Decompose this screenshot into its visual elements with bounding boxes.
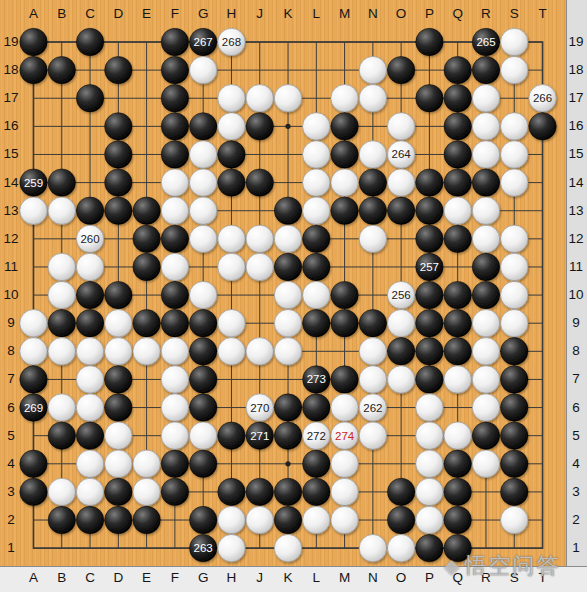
stone-white-M4 [331, 450, 358, 477]
coord-left-7: 7 [0, 370, 23, 388]
stone-white-O1 [387, 534, 414, 561]
move-label-273: 273 [307, 373, 326, 385]
coord-top-G: G [191, 5, 215, 23]
stone-white-J8 [246, 338, 273, 365]
coord-bottom-S: S [502, 569, 526, 587]
stone-black-A18 [20, 56, 47, 83]
stone-black-O18 [387, 56, 414, 83]
stone-black-E2 [133, 506, 160, 533]
coord-right-7: 7 [564, 370, 587, 388]
stone-black-Q15 [444, 141, 471, 168]
coord-right-11: 11 [564, 258, 587, 276]
stone-white-L16 [303, 113, 330, 140]
stone-white-N15 [359, 141, 386, 168]
stone-black-K2 [274, 506, 301, 533]
stone-white-C4 [76, 450, 103, 477]
stone-white-R12 [472, 225, 499, 252]
stone-black-B2 [48, 506, 75, 533]
stone-white-K1 [274, 534, 301, 561]
move-label-269: 269 [24, 402, 43, 414]
coord-bottom-A: A [22, 569, 46, 587]
stone-white-H2 [218, 506, 245, 533]
star-point-K4 [285, 461, 290, 466]
stone-black-S7 [501, 366, 528, 393]
stone-black-P1 [416, 534, 443, 561]
stone-white-D5 [105, 422, 132, 449]
stone-white-F14 [161, 169, 188, 196]
move-label-263: 263 [194, 542, 213, 554]
stone-white-P6 [416, 394, 443, 421]
stone-black-P13 [416, 197, 443, 224]
stone-black-F9 [161, 310, 188, 337]
stone-black-P12 [416, 225, 443, 252]
move-label-266: 266 [533, 92, 552, 104]
stone-black-L4 [303, 450, 330, 477]
stone-black-L6 [303, 394, 330, 421]
stone-black-E9 [133, 310, 160, 337]
coord-right-5: 5 [564, 427, 587, 445]
coord-right-14: 14 [564, 174, 587, 192]
stone-white-P3 [416, 478, 443, 505]
stone-white-J12 [246, 225, 273, 252]
stone-black-O8 [387, 338, 414, 365]
stone-white-B8 [48, 338, 75, 365]
move-label-271: 271 [250, 430, 269, 442]
stone-white-S15 [501, 141, 528, 168]
stone-black-F3 [161, 478, 188, 505]
move-label-256: 256 [392, 289, 411, 301]
coord-bottom-J: J [248, 569, 272, 587]
stone-black-Q18 [444, 56, 471, 83]
coord-left-9: 9 [0, 314, 23, 332]
coord-left-10: 10 [0, 286, 23, 304]
coord-left-14: 14 [0, 174, 23, 192]
stone-white-R7 [472, 366, 499, 393]
coord-left-2: 2 [0, 511, 23, 529]
stone-white-A9 [20, 310, 47, 337]
stone-white-H17 [218, 85, 245, 112]
stone-black-D16 [105, 113, 132, 140]
coord-top-S: S [502, 5, 526, 23]
coord-bottom-K: K [276, 569, 300, 587]
stone-white-S2 [501, 506, 528, 533]
go-board: 2672682652662642592602572562732692702622… [0, 0, 587, 592]
stone-black-E13 [133, 197, 160, 224]
stone-white-M2 [331, 506, 358, 533]
stone-white-M3 [331, 478, 358, 505]
stone-white-H1 [218, 534, 245, 561]
stone-white-R16 [472, 113, 499, 140]
stone-white-K17 [274, 85, 301, 112]
stone-white-A13 [20, 197, 47, 224]
stone-black-E11 [133, 253, 160, 280]
stone-white-N8 [359, 338, 386, 365]
stone-white-B13 [48, 197, 75, 224]
stone-black-F18 [161, 56, 188, 83]
coord-bottom-H: H [219, 569, 243, 587]
stone-white-B3 [48, 478, 75, 505]
move-label-268: 268 [222, 36, 241, 48]
coord-bottom-M: M [333, 569, 357, 587]
stone-white-P5 [416, 422, 443, 449]
stone-black-P10 [416, 281, 443, 308]
stone-black-T16 [529, 113, 556, 140]
stone-white-C7 [76, 366, 103, 393]
coord-right-18: 18 [564, 61, 587, 79]
stone-black-G2 [189, 506, 216, 533]
stone-black-P19 [416, 28, 443, 55]
coord-bottom-E: E [135, 569, 159, 587]
stone-black-F16 [161, 113, 188, 140]
stone-black-D14 [105, 169, 132, 196]
stone-black-Q12 [444, 225, 471, 252]
stone-black-Q16 [444, 113, 471, 140]
coord-bottom-P: P [417, 569, 441, 587]
stone-black-M13 [331, 197, 358, 224]
coord-bottom-T: T [531, 569, 555, 587]
stone-white-D4 [105, 450, 132, 477]
stone-white-M14 [331, 169, 358, 196]
stone-black-F12 [161, 225, 188, 252]
stone-black-P17 [416, 85, 443, 112]
stone-white-C11 [76, 253, 103, 280]
coord-right-8: 8 [564, 342, 587, 360]
stone-white-K9 [274, 310, 301, 337]
stone-white-R6 [472, 394, 499, 421]
stone-black-J14 [246, 169, 273, 196]
stone-white-C8 [76, 338, 103, 365]
stone-black-M7 [331, 366, 358, 393]
stone-white-R4 [472, 450, 499, 477]
stone-black-D10 [105, 281, 132, 308]
coord-left-17: 17 [0, 89, 23, 107]
coord-right-19: 19 [564, 33, 587, 51]
stone-black-Q4 [444, 450, 471, 477]
coord-left-12: 12 [0, 230, 23, 248]
stone-white-F8 [161, 338, 188, 365]
coord-top-N: N [361, 5, 385, 23]
stone-white-N7 [359, 366, 386, 393]
stone-black-D6 [105, 394, 132, 421]
stone-white-F13 [161, 197, 188, 224]
move-label-257: 257 [420, 261, 439, 273]
stone-white-R13 [472, 197, 499, 224]
stone-black-A19 [20, 28, 47, 55]
stone-black-A4 [20, 450, 47, 477]
stone-white-M17 [331, 85, 358, 112]
stone-white-A8 [20, 338, 47, 365]
stone-black-M10 [331, 281, 358, 308]
coord-bottom-O: O [389, 569, 413, 587]
coord-top-T: T [531, 5, 555, 23]
stone-white-H8 [218, 338, 245, 365]
coord-bottom-B: B [50, 569, 74, 587]
stone-white-K12 [274, 225, 301, 252]
stone-black-C17 [76, 85, 103, 112]
coord-left-19: 19 [0, 33, 23, 51]
stone-white-G12 [189, 225, 216, 252]
stone-black-F10 [161, 281, 188, 308]
stone-black-D13 [105, 197, 132, 224]
stone-black-H3 [218, 478, 245, 505]
stone-black-S4 [501, 450, 528, 477]
stones [20, 28, 556, 562]
stone-white-O7 [387, 366, 414, 393]
coord-left-5: 5 [0, 427, 23, 445]
stone-white-R8 [472, 338, 499, 365]
stone-white-S11 [501, 253, 528, 280]
stone-white-G5 [189, 422, 216, 449]
coord-top-J: J [248, 5, 272, 23]
stone-black-Q10 [444, 281, 471, 308]
coord-bottom-G: G [191, 569, 215, 587]
coord-top-O: O [389, 5, 413, 23]
coord-left-13: 13 [0, 202, 23, 220]
stone-white-S16 [501, 113, 528, 140]
stone-white-Q7 [444, 366, 471, 393]
stone-black-O13 [387, 197, 414, 224]
stone-black-Q3 [444, 478, 471, 505]
stone-white-F11 [161, 253, 188, 280]
stone-white-L14 [303, 169, 330, 196]
coord-top-M: M [333, 5, 357, 23]
move-label-265: 265 [476, 36, 495, 48]
coord-left-3: 3 [0, 483, 23, 501]
stone-black-D2 [105, 506, 132, 533]
stone-white-H12 [218, 225, 245, 252]
stone-black-Q1 [444, 534, 471, 561]
stone-black-A7 [20, 366, 47, 393]
move-label-264: 264 [392, 148, 412, 160]
coord-left-8: 8 [0, 342, 23, 360]
stone-black-K13 [274, 197, 301, 224]
stone-black-L12 [303, 225, 330, 252]
stone-black-R18 [472, 56, 499, 83]
stone-white-Q5 [444, 422, 471, 449]
stone-black-H5 [218, 422, 245, 449]
stone-white-F7 [161, 366, 188, 393]
stone-white-F5 [161, 422, 188, 449]
move-label-274: 274 [335, 430, 355, 442]
coord-right-9: 9 [564, 314, 587, 332]
stone-black-H14 [218, 169, 245, 196]
stone-white-S12 [501, 225, 528, 252]
stone-black-D18 [105, 56, 132, 83]
stone-black-R5 [472, 422, 499, 449]
stone-white-N12 [359, 225, 386, 252]
stone-black-B5 [48, 422, 75, 449]
coord-left-4: 4 [0, 455, 23, 473]
stone-black-S3 [501, 478, 528, 505]
stone-black-C5 [76, 422, 103, 449]
stone-black-C13 [76, 197, 103, 224]
stone-black-K11 [274, 253, 301, 280]
coord-right-13: 13 [564, 202, 587, 220]
stone-black-D7 [105, 366, 132, 393]
stone-white-N18 [359, 56, 386, 83]
move-label-262: 262 [363, 402, 382, 414]
stone-white-R9 [472, 310, 499, 337]
stone-black-M15 [331, 141, 358, 168]
coord-top-D: D [106, 5, 130, 23]
stone-white-N17 [359, 85, 386, 112]
coord-top-K: K [276, 5, 300, 23]
stone-white-G15 [189, 141, 216, 168]
stone-black-C19 [76, 28, 103, 55]
stone-black-D3 [105, 478, 132, 505]
stone-white-R15 [472, 141, 499, 168]
stone-white-D8 [105, 338, 132, 365]
stone-white-N5 [359, 422, 386, 449]
stone-black-K5 [274, 422, 301, 449]
coord-left-11: 11 [0, 258, 23, 276]
coord-bottom-L: L [304, 569, 328, 587]
stone-black-F4 [161, 450, 188, 477]
stone-black-D15 [105, 141, 132, 168]
coord-left-18: 18 [0, 61, 23, 79]
stone-black-J16 [246, 113, 273, 140]
coord-top-E: E [135, 5, 159, 23]
coord-right-6: 6 [564, 399, 587, 417]
stone-white-B6 [48, 394, 75, 421]
stone-black-F15 [161, 141, 188, 168]
stone-white-H16 [218, 113, 245, 140]
stone-black-N14 [359, 169, 386, 196]
coord-top-B: B [50, 5, 74, 23]
stone-white-Q13 [444, 197, 471, 224]
stone-black-G9 [189, 310, 216, 337]
stone-white-L2 [303, 506, 330, 533]
stone-white-S19 [501, 28, 528, 55]
stone-white-G13 [189, 197, 216, 224]
stone-black-R11 [472, 253, 499, 280]
coord-right-16: 16 [564, 117, 587, 135]
stone-white-D9 [105, 310, 132, 337]
stone-white-H11 [218, 253, 245, 280]
stone-white-S14 [501, 169, 528, 196]
coord-top-F: F [163, 5, 187, 23]
stone-black-H15 [218, 141, 245, 168]
stone-white-F6 [161, 394, 188, 421]
stone-black-J3 [246, 478, 273, 505]
coord-bottom-R: R [474, 569, 498, 587]
coord-top-Q: Q [446, 5, 470, 23]
stone-black-G16 [189, 113, 216, 140]
stone-white-L13 [303, 197, 330, 224]
stone-white-M6 [331, 394, 358, 421]
coord-right-10: 10 [564, 286, 587, 304]
stone-black-K6 [274, 394, 301, 421]
coord-right-4: 4 [564, 455, 587, 473]
coord-right-17: 17 [564, 89, 587, 107]
stone-black-P7 [416, 366, 443, 393]
stone-white-O16 [387, 113, 414, 140]
stone-black-Q14 [444, 169, 471, 196]
stone-black-Q9 [444, 310, 471, 337]
stone-black-C2 [76, 506, 103, 533]
coord-left-1: 1 [0, 539, 23, 557]
stone-white-N1 [359, 534, 386, 561]
stone-white-S18 [501, 56, 528, 83]
coord-bottom-N: N [361, 569, 385, 587]
stone-white-L15 [303, 141, 330, 168]
coord-top-L: L [304, 5, 328, 23]
stone-black-E12 [133, 225, 160, 252]
stone-black-A3 [20, 478, 47, 505]
stone-white-L10 [303, 281, 330, 308]
stone-black-Q17 [444, 85, 471, 112]
stone-black-M16 [331, 113, 358, 140]
stone-white-J17 [246, 85, 273, 112]
stone-white-E4 [133, 450, 160, 477]
move-label-259: 259 [24, 177, 43, 189]
stone-white-E3 [133, 478, 160, 505]
stone-black-G6 [189, 394, 216, 421]
stone-black-R10 [472, 281, 499, 308]
stone-white-O9 [387, 310, 414, 337]
coord-right-3: 3 [564, 483, 587, 501]
stone-black-C10 [76, 281, 103, 308]
move-label-272: 272 [307, 430, 326, 442]
coord-top-C: C [78, 5, 102, 23]
stone-white-K10 [274, 281, 301, 308]
stone-black-P14 [416, 169, 443, 196]
stone-black-B14 [48, 169, 75, 196]
stone-black-Q2 [444, 506, 471, 533]
stone-white-P4 [416, 450, 443, 477]
stone-white-C6 [76, 394, 103, 421]
coord-top-A: A [22, 5, 46, 23]
stone-white-J11 [246, 253, 273, 280]
stone-black-P9 [416, 310, 443, 337]
stone-black-G4 [189, 450, 216, 477]
stone-black-L11 [303, 253, 330, 280]
stone-black-O3 [387, 478, 414, 505]
move-label-270: 270 [250, 402, 269, 414]
stone-white-S9 [501, 310, 528, 337]
stone-black-G8 [189, 338, 216, 365]
stone-white-J2 [246, 506, 273, 533]
coord-right-12: 12 [564, 230, 587, 248]
move-label-267: 267 [194, 36, 213, 48]
stone-white-E8 [133, 338, 160, 365]
coord-left-16: 16 [0, 117, 23, 135]
star-point-K16 [285, 124, 290, 129]
stone-black-B18 [48, 56, 75, 83]
stone-black-O2 [387, 506, 414, 533]
stone-black-S8 [501, 338, 528, 365]
coord-left-6: 6 [0, 399, 23, 417]
coord-bottom-Q: Q [446, 569, 470, 587]
coord-right-15: 15 [564, 145, 587, 163]
coord-bottom-D: D [106, 569, 130, 587]
stone-black-R14 [472, 169, 499, 196]
stone-black-C9 [76, 310, 103, 337]
stone-white-B10 [48, 281, 75, 308]
stone-white-G14 [189, 169, 216, 196]
stone-white-K8 [274, 338, 301, 365]
stone-white-O14 [387, 169, 414, 196]
stone-white-G18 [189, 56, 216, 83]
stone-black-N13 [359, 197, 386, 224]
stone-black-S6 [501, 394, 528, 421]
stone-black-L9 [303, 310, 330, 337]
stone-black-K3 [274, 478, 301, 505]
stone-white-H9 [218, 310, 245, 337]
coord-top-R: R [474, 5, 498, 23]
coord-right-2: 2 [564, 511, 587, 529]
stone-black-Q8 [444, 338, 471, 365]
